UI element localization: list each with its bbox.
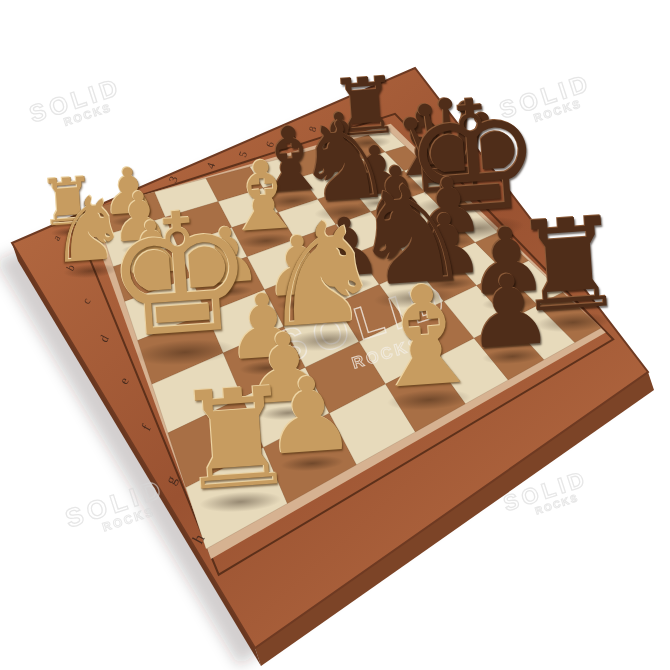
watermark: SOLIDROCKS [26,72,128,137]
piece-white-bishop-h4[interactable]: ♝ [359,264,491,409]
bishop-glyph: ♝ [359,264,491,409]
chess-scene: abcdefgh12345678SOLIDROCKSSOLIDROCKSSOLI… [0,0,670,670]
piece-white-rook-h1[interactable]: ♜ [171,368,301,511]
rook-glyph: ♜ [171,368,301,511]
